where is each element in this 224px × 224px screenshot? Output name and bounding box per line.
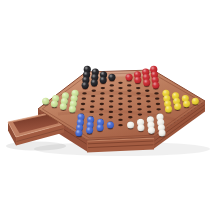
ball-shading xyxy=(137,124,144,131)
ball-shading xyxy=(100,76,107,83)
ball-shading xyxy=(107,122,114,129)
product-photo-stage xyxy=(0,0,224,224)
peg-blue[interactable] xyxy=(107,122,114,130)
peg-green[interactable] xyxy=(60,103,67,111)
board-hole[interactable] xyxy=(118,108,123,110)
board-hole[interactable] xyxy=(100,92,105,94)
board-hole[interactable] xyxy=(100,98,105,100)
ball-shading xyxy=(97,124,104,131)
board-hole[interactable] xyxy=(146,100,151,102)
ball-shading xyxy=(152,82,159,89)
peg-red[interactable] xyxy=(143,79,150,87)
board-hole[interactable] xyxy=(128,116,133,118)
board-hole[interactable] xyxy=(90,100,95,102)
board-hole[interactable] xyxy=(118,98,123,100)
ball-shading xyxy=(91,79,98,86)
board-hole[interactable] xyxy=(101,87,106,89)
peg-black[interactable] xyxy=(91,79,98,87)
peg-black[interactable] xyxy=(108,74,115,82)
board-hole[interactable] xyxy=(118,87,123,89)
board-hole[interactable] xyxy=(109,106,114,108)
peg-red[interactable] xyxy=(126,74,133,82)
peg-white[interactable] xyxy=(159,129,166,137)
board-hole[interactable] xyxy=(127,95,132,97)
board-hole[interactable] xyxy=(154,92,159,94)
peg-blue[interactable] xyxy=(75,129,82,137)
board-hole[interactable] xyxy=(80,108,85,110)
board-hole[interactable] xyxy=(155,98,160,100)
ball-shading xyxy=(108,74,115,81)
board-hole[interactable] xyxy=(110,84,115,86)
board-hole[interactable] xyxy=(99,113,104,115)
board-hole[interactable] xyxy=(81,103,86,105)
board-hole[interactable] xyxy=(82,92,87,94)
board-hole[interactable] xyxy=(146,95,151,97)
peg-green[interactable] xyxy=(51,100,58,108)
board-hole[interactable] xyxy=(128,106,133,108)
ball-shading xyxy=(192,98,199,105)
board-hole[interactable] xyxy=(136,87,141,89)
chinese-checkers-scene xyxy=(0,0,224,224)
board-hole[interactable] xyxy=(118,119,123,121)
board-hole[interactable] xyxy=(156,108,161,110)
board-hole[interactable] xyxy=(137,108,142,110)
peg-yellow[interactable] xyxy=(174,103,181,111)
board-hole[interactable] xyxy=(137,103,142,105)
board-hole[interactable] xyxy=(118,124,123,126)
board-hole[interactable] xyxy=(89,111,94,113)
board-hole[interactable] xyxy=(109,90,114,92)
peg-white[interactable] xyxy=(148,127,155,135)
ball-shading xyxy=(42,98,49,105)
board-hole[interactable] xyxy=(118,82,123,84)
peg-yellow[interactable] xyxy=(192,98,199,106)
ball-shading xyxy=(143,79,150,86)
board-hole[interactable] xyxy=(109,95,114,97)
peg-green[interactable] xyxy=(69,106,76,114)
ball-shading xyxy=(174,103,181,110)
board-hole[interactable] xyxy=(118,113,123,115)
ball-shading xyxy=(60,103,67,110)
ball-shading xyxy=(126,74,133,81)
board-hole[interactable] xyxy=(91,90,96,92)
board-hole[interactable] xyxy=(82,98,87,100)
peg-red[interactable] xyxy=(134,76,141,84)
peg-blue[interactable] xyxy=(97,124,104,132)
board-hole[interactable] xyxy=(138,113,143,115)
peg-white[interactable] xyxy=(137,124,144,132)
peg-black[interactable] xyxy=(100,76,107,84)
board-hole[interactable] xyxy=(118,103,123,105)
board-hole[interactable] xyxy=(147,111,152,113)
board-hole[interactable] xyxy=(128,111,133,113)
ball-shading xyxy=(86,127,93,134)
board-hole[interactable] xyxy=(118,92,123,94)
board-hole[interactable] xyxy=(128,100,133,102)
ball-shading xyxy=(51,100,58,107)
board-hole[interactable] xyxy=(156,103,161,105)
board-hole[interactable] xyxy=(100,103,105,105)
ball-shading xyxy=(159,129,166,136)
peg-red[interactable] xyxy=(152,82,159,90)
ball-shading xyxy=(127,122,134,129)
ball-shading xyxy=(134,76,141,83)
board-hole[interactable] xyxy=(109,111,114,113)
ball-shading xyxy=(165,106,172,113)
board-hole[interactable] xyxy=(127,84,132,86)
peg-yellow[interactable] xyxy=(183,100,190,108)
board-hole[interactable] xyxy=(147,106,152,108)
peg-blue[interactable] xyxy=(86,127,93,135)
board-hole[interactable] xyxy=(90,106,95,108)
ball-shading xyxy=(148,127,155,134)
board-hole[interactable] xyxy=(91,95,96,97)
board-hole[interactable] xyxy=(108,116,113,118)
peg-yellow[interactable] xyxy=(165,106,172,114)
board-hole[interactable] xyxy=(145,90,150,92)
board-hole[interactable] xyxy=(99,108,104,110)
ball-shading xyxy=(75,129,82,136)
ball-shading xyxy=(183,100,190,107)
board-hole[interactable] xyxy=(137,98,142,100)
peg-white[interactable] xyxy=(127,122,134,130)
ball-shading xyxy=(82,82,89,89)
board-hole[interactable] xyxy=(136,92,141,94)
board-hole[interactable] xyxy=(109,100,114,102)
board-hole[interactable] xyxy=(127,90,132,92)
peg-green[interactable] xyxy=(42,98,49,106)
ball-shading xyxy=(69,106,76,113)
peg-black[interactable] xyxy=(82,82,89,90)
